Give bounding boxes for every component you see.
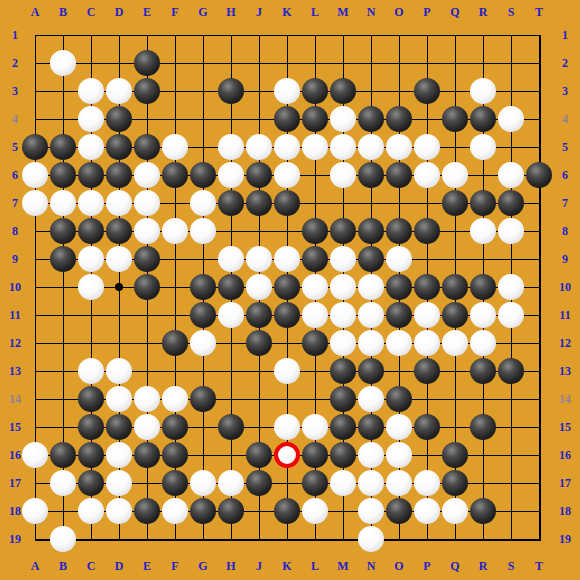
black-stone-O8[interactable]	[386, 218, 412, 244]
row-label-left-9: 9	[3, 252, 27, 266]
black-stone-F12[interactable]	[162, 330, 188, 356]
col-label-bottom-N: N	[359, 559, 383, 573]
white-stone-C13[interactable]	[78, 358, 104, 384]
col-label-top-A: A	[23, 5, 47, 19]
white-stone-K3[interactable]	[274, 78, 300, 104]
white-stone-A7[interactable]	[22, 190, 48, 216]
row-label-right-18: 18	[553, 504, 577, 518]
white-stone-H9[interactable]	[218, 246, 244, 272]
white-stone-C9[interactable]	[78, 246, 104, 272]
col-label-top-S: S	[499, 5, 523, 19]
white-stone-F8[interactable]	[162, 218, 188, 244]
white-stone-M6[interactable]	[330, 162, 356, 188]
white-stone-M4[interactable]	[330, 106, 356, 132]
col-label-bottom-R: R	[471, 559, 495, 573]
black-stone-P15[interactable]	[414, 414, 440, 440]
col-label-top-P: P	[415, 5, 439, 19]
white-stone-N14[interactable]	[358, 386, 384, 412]
row-label-left-17: 17	[3, 476, 27, 490]
col-label-top-Q: Q	[443, 5, 467, 19]
col-label-bottom-T: T	[527, 559, 551, 573]
row-label-right-9: 9	[553, 252, 577, 266]
row-label-left-19: 19	[3, 532, 27, 546]
row-label-right-14: 14	[553, 392, 577, 406]
row-label-right-7: 7	[553, 196, 577, 210]
white-stone-N5[interactable]	[358, 134, 384, 160]
black-stone-O10[interactable]	[386, 274, 412, 300]
black-stone-J11[interactable]	[246, 302, 272, 328]
white-stone-J5[interactable]	[246, 134, 272, 160]
col-label-top-T: T	[527, 5, 551, 19]
col-label-bottom-H: H	[219, 559, 243, 573]
white-stone-E8[interactable]	[134, 218, 160, 244]
white-stone-S11[interactable]	[498, 302, 524, 328]
white-stone-R12[interactable]	[470, 330, 496, 356]
col-label-top-N: N	[359, 5, 383, 19]
black-stone-O11[interactable]	[386, 302, 412, 328]
col-label-top-G: G	[191, 5, 215, 19]
black-stone-N4[interactable]	[358, 106, 384, 132]
white-stone-C4[interactable]	[78, 106, 104, 132]
row-label-right-13: 13	[553, 364, 577, 378]
white-stone-M17[interactable]	[330, 470, 356, 496]
white-stone-N19[interactable]	[358, 526, 384, 552]
black-stone-G14[interactable]	[190, 386, 216, 412]
black-stone-S13[interactable]	[498, 358, 524, 384]
white-stone-C3[interactable]	[78, 78, 104, 104]
white-stone-L10[interactable]	[302, 274, 328, 300]
black-stone-L12[interactable]	[302, 330, 328, 356]
col-label-bottom-K: K	[275, 559, 299, 573]
white-stone-E6[interactable]	[134, 162, 160, 188]
black-stone-Q17[interactable]	[442, 470, 468, 496]
row-label-left-2: 2	[3, 56, 27, 70]
go-board[interactable]: AABBCCDDEEFFGGHHJJKKLLMMNNOOPPQQRRSSTT11…	[0, 0, 580, 580]
row-label-right-6: 6	[553, 168, 577, 182]
black-stone-R7[interactable]	[470, 190, 496, 216]
white-stone-D3[interactable]	[106, 78, 132, 104]
black-stone-R10[interactable]	[470, 274, 496, 300]
white-stone-N16[interactable]	[358, 442, 384, 468]
black-stone-O14[interactable]	[386, 386, 412, 412]
white-stone-D16[interactable]	[106, 442, 132, 468]
white-stone-R8[interactable]	[470, 218, 496, 244]
white-stone-K13[interactable]	[274, 358, 300, 384]
black-stone-F17[interactable]	[162, 470, 188, 496]
black-stone-H18[interactable]	[218, 498, 244, 524]
white-stone-K6[interactable]	[274, 162, 300, 188]
row-label-right-4: 4	[553, 112, 577, 126]
white-stone-P6[interactable]	[414, 162, 440, 188]
black-stone-G6[interactable]	[190, 162, 216, 188]
black-stone-B8[interactable]	[50, 218, 76, 244]
black-stone-G11[interactable]	[190, 302, 216, 328]
black-stone-P8[interactable]	[414, 218, 440, 244]
white-stone-J10[interactable]	[246, 274, 272, 300]
white-stone-L5[interactable]	[302, 134, 328, 160]
row-label-left-15: 15	[3, 420, 27, 434]
row-label-right-1: 1	[553, 28, 577, 42]
row-label-right-12: 12	[553, 336, 577, 350]
col-label-top-H: H	[219, 5, 243, 19]
black-stone-D15[interactable]	[106, 414, 132, 440]
white-stone-R11[interactable]	[470, 302, 496, 328]
col-label-bottom-D: D	[107, 559, 131, 573]
row-label-right-15: 15	[553, 420, 577, 434]
black-stone-Q11[interactable]	[442, 302, 468, 328]
black-stone-C16[interactable]	[78, 442, 104, 468]
white-stone-S6[interactable]	[498, 162, 524, 188]
black-stone-Q4[interactable]	[442, 106, 468, 132]
black-stone-F16[interactable]	[162, 442, 188, 468]
col-label-bottom-L: L	[303, 559, 327, 573]
row-label-left-11: 11	[3, 308, 27, 322]
white-stone-D7[interactable]	[106, 190, 132, 216]
col-label-top-R: R	[471, 5, 495, 19]
white-stone-O5[interactable]	[386, 134, 412, 160]
black-stone-E18[interactable]	[134, 498, 160, 524]
row-label-left-4: 4	[3, 112, 27, 126]
col-label-top-F: F	[163, 5, 187, 19]
row-label-right-10: 10	[553, 280, 577, 294]
black-stone-H3[interactable]	[218, 78, 244, 104]
row-label-left-14: 14	[3, 392, 27, 406]
black-stone-L4[interactable]	[302, 106, 328, 132]
white-stone-D13[interactable]	[106, 358, 132, 384]
white-stone-G12[interactable]	[190, 330, 216, 356]
white-stone-F18[interactable]	[162, 498, 188, 524]
black-stone-K11[interactable]	[274, 302, 300, 328]
black-stone-J17[interactable]	[246, 470, 272, 496]
white-stone-N18[interactable]	[358, 498, 384, 524]
white-stone-C7[interactable]	[78, 190, 104, 216]
star-point-D10	[115, 283, 123, 291]
white-stone-R5[interactable]	[470, 134, 496, 160]
row-label-right-3: 3	[553, 84, 577, 98]
col-label-bottom-O: O	[387, 559, 411, 573]
white-stone-A16[interactable]	[22, 442, 48, 468]
row-label-left-1: 1	[3, 28, 27, 42]
white-stone-B19[interactable]	[50, 526, 76, 552]
black-stone-B16[interactable]	[50, 442, 76, 468]
black-stone-P13[interactable]	[414, 358, 440, 384]
row-label-left-13: 13	[3, 364, 27, 378]
white-stone-S8[interactable]	[498, 218, 524, 244]
black-stone-O18[interactable]	[386, 498, 412, 524]
black-stone-K10[interactable]	[274, 274, 300, 300]
black-stone-F15[interactable]	[162, 414, 188, 440]
white-stone-G7[interactable]	[190, 190, 216, 216]
white-stone-H11[interactable]	[218, 302, 244, 328]
black-stone-O6[interactable]	[386, 162, 412, 188]
black-stone-B5[interactable]	[50, 134, 76, 160]
col-label-bottom-A: A	[23, 559, 47, 573]
white-stone-O9[interactable]	[386, 246, 412, 272]
black-stone-C17[interactable]	[78, 470, 104, 496]
black-stone-E2[interactable]	[134, 50, 160, 76]
black-stone-N13[interactable]	[358, 358, 384, 384]
row-label-right-8: 8	[553, 224, 577, 238]
white-stone-C5[interactable]	[78, 134, 104, 160]
black-stone-Q7[interactable]	[442, 190, 468, 216]
white-stone-G8[interactable]	[190, 218, 216, 244]
black-stone-K7[interactable]	[274, 190, 300, 216]
col-label-top-E: E	[135, 5, 159, 19]
black-stone-K4[interactable]	[274, 106, 300, 132]
black-stone-J7[interactable]	[246, 190, 272, 216]
white-stone-E7[interactable]	[134, 190, 160, 216]
black-stone-T6[interactable]	[526, 162, 552, 188]
row-label-right-17: 17	[553, 476, 577, 490]
white-stone-M9[interactable]	[330, 246, 356, 272]
white-stone-P17[interactable]	[414, 470, 440, 496]
white-stone-Q12[interactable]	[442, 330, 468, 356]
white-stone-N17[interactable]	[358, 470, 384, 496]
white-stone-P18[interactable]	[414, 498, 440, 524]
black-stone-L17[interactable]	[302, 470, 328, 496]
white-stone-O17[interactable]	[386, 470, 412, 496]
white-stone-P11[interactable]	[414, 302, 440, 328]
col-label-top-L: L	[303, 5, 327, 19]
white-stone-A6[interactable]	[22, 162, 48, 188]
black-stone-P3[interactable]	[414, 78, 440, 104]
row-label-right-19: 19	[553, 532, 577, 546]
black-stone-Q10[interactable]	[442, 274, 468, 300]
black-stone-P10[interactable]	[414, 274, 440, 300]
col-label-bottom-B: B	[51, 559, 75, 573]
white-stone-D9[interactable]	[106, 246, 132, 272]
col-label-top-O: O	[387, 5, 411, 19]
white-stone-Q18[interactable]	[442, 498, 468, 524]
white-stone-A18[interactable]	[22, 498, 48, 524]
black-stone-L9[interactable]	[302, 246, 328, 272]
black-stone-A5[interactable]	[22, 134, 48, 160]
col-label-top-M: M	[331, 5, 355, 19]
black-stone-S7[interactable]	[498, 190, 524, 216]
row-label-left-12: 12	[3, 336, 27, 350]
black-stone-F6[interactable]	[162, 162, 188, 188]
white-stone-H6[interactable]	[218, 162, 244, 188]
black-stone-R18[interactable]	[470, 498, 496, 524]
row-label-right-16: 16	[553, 448, 577, 462]
white-stone-G17[interactable]	[190, 470, 216, 496]
white-stone-F14[interactable]	[162, 386, 188, 412]
black-stone-E16[interactable]	[134, 442, 160, 468]
black-stone-N9[interactable]	[358, 246, 384, 272]
black-stone-L16[interactable]	[302, 442, 328, 468]
black-stone-B6[interactable]	[50, 162, 76, 188]
white-stone-L15[interactable]	[302, 414, 328, 440]
black-stone-E9[interactable]	[134, 246, 160, 272]
col-label-bottom-C: C	[79, 559, 103, 573]
black-stone-K18[interactable]	[274, 498, 300, 524]
col-label-bottom-S: S	[499, 559, 523, 573]
white-stone-M10[interactable]	[330, 274, 356, 300]
white-stone-B17[interactable]	[50, 470, 76, 496]
white-stone-O15[interactable]	[386, 414, 412, 440]
col-label-top-D: D	[107, 5, 131, 19]
white-stone-Q6[interactable]	[442, 162, 468, 188]
white-stone-C18[interactable]	[78, 498, 104, 524]
white-stone-B2[interactable]	[50, 50, 76, 76]
black-stone-N6[interactable]	[358, 162, 384, 188]
white-stone-R3[interactable]	[470, 78, 496, 104]
col-label-bottom-F: F	[163, 559, 187, 573]
black-stone-D6[interactable]	[106, 162, 132, 188]
black-stone-L3[interactable]	[302, 78, 328, 104]
white-stone-K16-last-move-marker[interactable]	[274, 442, 300, 468]
black-stone-D8[interactable]	[106, 218, 132, 244]
black-stone-E10[interactable]	[134, 274, 160, 300]
white-stone-B7[interactable]	[50, 190, 76, 216]
row-label-left-8: 8	[3, 224, 27, 238]
black-stone-C6[interactable]	[78, 162, 104, 188]
white-stone-O12[interactable]	[386, 330, 412, 356]
white-stone-F5[interactable]	[162, 134, 188, 160]
black-stone-J12[interactable]	[246, 330, 272, 356]
black-stone-M8[interactable]	[330, 218, 356, 244]
white-stone-H17[interactable]	[218, 470, 244, 496]
black-stone-D5[interactable]	[106, 134, 132, 160]
white-stone-H5[interactable]	[218, 134, 244, 160]
col-label-top-K: K	[275, 5, 299, 19]
white-stone-J9[interactable]	[246, 246, 272, 272]
black-stone-G18[interactable]	[190, 498, 216, 524]
white-stone-K9[interactable]	[274, 246, 300, 272]
col-label-bottom-P: P	[415, 559, 439, 573]
black-stone-N15[interactable]	[358, 414, 384, 440]
col-label-bottom-G: G	[191, 559, 215, 573]
white-stone-E14[interactable]	[134, 386, 160, 412]
black-stone-E5[interactable]	[134, 134, 160, 160]
black-stone-L8[interactable]	[302, 218, 328, 244]
row-label-right-2: 2	[553, 56, 577, 70]
white-stone-L11[interactable]	[302, 302, 328, 328]
black-stone-M14[interactable]	[330, 386, 356, 412]
black-stone-R15[interactable]	[470, 414, 496, 440]
row-label-right-5: 5	[553, 140, 577, 154]
white-stone-P12[interactable]	[414, 330, 440, 356]
black-stone-H10[interactable]	[218, 274, 244, 300]
black-stone-M15[interactable]	[330, 414, 356, 440]
black-stone-O4[interactable]	[386, 106, 412, 132]
black-stone-R13[interactable]	[470, 358, 496, 384]
white-stone-M12[interactable]	[330, 330, 356, 356]
black-stone-R4[interactable]	[470, 106, 496, 132]
row-label-left-3: 3	[3, 84, 27, 98]
black-stone-Q16[interactable]	[442, 442, 468, 468]
white-stone-N10[interactable]	[358, 274, 384, 300]
col-label-top-J: J	[247, 5, 271, 19]
white-stone-K5[interactable]	[274, 134, 300, 160]
white-stone-O16[interactable]	[386, 442, 412, 468]
col-label-top-B: B	[51, 5, 75, 19]
black-stone-C8[interactable]	[78, 218, 104, 244]
white-stone-E15[interactable]	[134, 414, 160, 440]
black-stone-M13[interactable]	[330, 358, 356, 384]
col-label-bottom-E: E	[135, 559, 159, 573]
col-label-top-C: C	[79, 5, 103, 19]
black-stone-M3[interactable]	[330, 78, 356, 104]
black-stone-E3[interactable]	[134, 78, 160, 104]
black-stone-H7[interactable]	[218, 190, 244, 216]
black-stone-J6[interactable]	[246, 162, 272, 188]
black-stone-C14[interactable]	[78, 386, 104, 412]
white-stone-K15[interactable]	[274, 414, 300, 440]
black-stone-C15[interactable]	[78, 414, 104, 440]
col-label-bottom-J: J	[247, 559, 271, 573]
white-stone-L18[interactable]	[302, 498, 328, 524]
black-stone-N8[interactable]	[358, 218, 384, 244]
white-stone-M5[interactable]	[330, 134, 356, 160]
black-stone-B9[interactable]	[50, 246, 76, 272]
black-stone-D4[interactable]	[106, 106, 132, 132]
white-stone-N11[interactable]	[358, 302, 384, 328]
black-stone-J16[interactable]	[246, 442, 272, 468]
white-stone-M11[interactable]	[330, 302, 356, 328]
row-label-right-11: 11	[553, 308, 577, 322]
white-stone-N12[interactable]	[358, 330, 384, 356]
col-label-bottom-Q: Q	[443, 559, 467, 573]
black-stone-G10[interactable]	[190, 274, 216, 300]
black-stone-M16[interactable]	[330, 442, 356, 468]
white-stone-P5[interactable]	[414, 134, 440, 160]
white-stone-S4[interactable]	[498, 106, 524, 132]
black-stone-H15[interactable]	[218, 414, 244, 440]
white-stone-C10[interactable]	[78, 274, 104, 300]
row-label-left-10: 10	[3, 280, 27, 294]
white-stone-D18[interactable]	[106, 498, 132, 524]
col-label-bottom-M: M	[331, 559, 355, 573]
white-stone-D17[interactable]	[106, 470, 132, 496]
white-stone-D14[interactable]	[106, 386, 132, 412]
white-stone-S10[interactable]	[498, 274, 524, 300]
